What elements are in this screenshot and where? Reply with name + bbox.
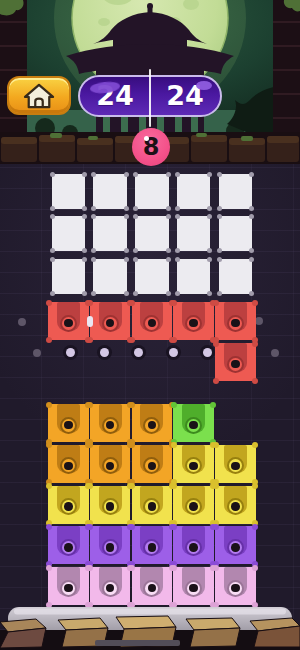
block-pupil (148, 319, 157, 328)
corner-pin (207, 257, 212, 262)
block-purple[interactable] (215, 526, 256, 564)
corner-pin (82, 214, 87, 219)
badge-highlight (144, 136, 149, 141)
block-pupil (148, 462, 157, 471)
corner-pin (129, 300, 135, 306)
block-pupil (148, 584, 157, 593)
board-cell[interactable] (52, 259, 86, 294)
block-eye (102, 417, 119, 434)
corner-pin (249, 206, 254, 211)
block-eye (227, 580, 244, 597)
corner-pin (124, 257, 129, 262)
game-screen: 24 24 8 (0, 0, 300, 650)
corner-pin (133, 214, 138, 219)
block-pupil (231, 319, 240, 328)
corner-pin (252, 300, 258, 306)
block-red[interactable] (48, 302, 89, 340)
board-cell[interactable] (219, 174, 253, 209)
corner-pin (171, 300, 177, 306)
corner-pin (87, 300, 93, 306)
block-red[interactable] (90, 302, 131, 340)
corner-pin (124, 248, 129, 253)
block-yellow[interactable] (90, 486, 131, 524)
corner-pin (91, 248, 96, 253)
corner-pin (171, 524, 177, 530)
corner-pin (249, 257, 254, 262)
block-pink[interactable] (173, 567, 214, 605)
corner-pin (249, 291, 254, 296)
block-eye (227, 356, 244, 373)
block-pink[interactable] (215, 567, 256, 605)
corner-pin (171, 402, 177, 408)
corner-pin (207, 291, 212, 296)
block-pink[interactable] (90, 567, 131, 605)
block-pupil (148, 502, 157, 511)
corner-pin (46, 442, 52, 448)
next-count-badge: 8 (132, 128, 170, 166)
left-pillar (0, 0, 27, 140)
corner-pin (91, 172, 96, 177)
block-pupil (231, 360, 240, 369)
block-eye (143, 417, 160, 434)
corner-pin (175, 172, 180, 177)
corner-pin (166, 206, 171, 211)
block-eye (185, 539, 202, 556)
board-cell[interactable] (93, 259, 127, 294)
corner-pin (207, 172, 212, 177)
block-eye (143, 580, 160, 597)
block-red[interactable] (132, 302, 173, 340)
block-orange[interactable] (90, 445, 131, 483)
block-orange[interactable] (132, 404, 173, 442)
corner-pin (213, 483, 219, 489)
corner-pin (217, 214, 222, 219)
corner-pin (213, 300, 219, 306)
block-pupil (106, 502, 115, 511)
block-eye (185, 315, 202, 332)
corner-pin (171, 483, 177, 489)
corner-pin (175, 248, 180, 253)
corner-pin (252, 341, 258, 347)
corner-pin (87, 483, 93, 489)
block-eye (102, 539, 119, 556)
corner-pin (46, 402, 52, 408)
corner-pin (82, 248, 87, 253)
corner-pin (82, 257, 87, 262)
block-eye (60, 417, 77, 434)
corner-pin (124, 206, 129, 211)
corner-pin (87, 442, 93, 448)
corner-pin (252, 483, 258, 489)
corner-pin (129, 337, 135, 343)
corner-pin (175, 214, 180, 219)
corner-pin (217, 206, 222, 211)
corner-pin (213, 442, 219, 448)
block-orange[interactable] (132, 445, 173, 483)
block-eye (102, 457, 119, 474)
block-pupil (148, 421, 157, 430)
block-pupil (189, 502, 198, 511)
corner-pin (213, 378, 219, 384)
block-pupil (231, 502, 240, 511)
block-pupil (64, 584, 73, 593)
block-eye (102, 580, 119, 597)
corner-pin (133, 257, 138, 262)
corner-pin (249, 172, 254, 177)
block-purple[interactable] (132, 526, 173, 564)
home-icon (22, 82, 56, 110)
block-pupil (106, 462, 115, 471)
block-pupil (189, 319, 198, 328)
corner-pin (210, 402, 216, 408)
pill-gloss (196, 81, 212, 90)
corner-pin (217, 248, 222, 253)
block-pupil (64, 319, 73, 328)
corner-pin (133, 291, 138, 296)
board-cell[interactable] (135, 174, 169, 209)
block-pupil (106, 319, 115, 328)
board-cell[interactable] (52, 216, 86, 251)
corner-pin (129, 402, 135, 408)
footer-ledge (0, 604, 300, 650)
corner-pin (87, 565, 93, 571)
corner-pin (124, 214, 129, 219)
corner-pin (87, 337, 93, 343)
corner-pin (213, 524, 219, 530)
block-orange[interactable] (48, 445, 89, 483)
block-pupil (106, 543, 115, 552)
corner-pin (252, 378, 258, 384)
right-pillar (273, 0, 300, 140)
block-pupil (148, 543, 157, 552)
corner-pin (124, 291, 129, 296)
block-yellow[interactable] (215, 486, 256, 524)
corner-pin (252, 565, 258, 571)
corner-pin (50, 248, 55, 253)
corner-pin (129, 565, 135, 571)
block-orange[interactable] (48, 404, 89, 442)
board-cell[interactable] (219, 259, 253, 294)
corner-pin (175, 257, 180, 262)
corner-pin (87, 524, 93, 530)
corner-pin (46, 483, 52, 489)
corner-pin (50, 172, 55, 177)
block-pupil (189, 421, 198, 430)
block-connector (87, 316, 93, 327)
block-pupil (106, 584, 115, 593)
corner-pin (171, 565, 177, 571)
block-eye (60, 498, 77, 515)
block-green[interactable] (173, 404, 214, 442)
corner-pin (91, 206, 96, 211)
corner-pin (249, 248, 254, 253)
corner-pin (166, 291, 171, 296)
corner-pin (213, 565, 219, 571)
corner-pin (166, 214, 171, 219)
block-pupil (64, 543, 73, 552)
block-yellow[interactable] (132, 486, 173, 524)
block-red[interactable] (215, 343, 256, 381)
block-eye (102, 498, 119, 515)
home-button[interactable] (7, 76, 71, 115)
corner-pin (175, 206, 180, 211)
corner-pin (46, 337, 52, 343)
corner-pin (50, 214, 55, 219)
corner-pin (217, 257, 222, 262)
corner-pin (207, 206, 212, 211)
block-yellow[interactable] (173, 445, 214, 483)
corner-pin (207, 248, 212, 253)
block-pink[interactable] (132, 567, 173, 605)
corner-pin (166, 248, 171, 253)
corner-pin (133, 172, 138, 177)
corner-pin (129, 442, 135, 448)
corner-pin (46, 524, 52, 530)
board-cell[interactable] (177, 216, 211, 251)
block-eye (143, 315, 160, 332)
corner-pin (91, 214, 96, 219)
board-cell[interactable] (52, 174, 86, 209)
corner-pin (133, 248, 138, 253)
block-pupil (189, 584, 198, 593)
block-orange[interactable] (90, 404, 131, 442)
board-cell[interactable] (135, 259, 169, 294)
board-cell[interactable] (135, 216, 169, 251)
corner-pin (82, 206, 87, 211)
corner-pin (91, 257, 96, 262)
corner-pin (82, 291, 87, 296)
corner-pin (87, 402, 93, 408)
block-pupil (231, 462, 240, 471)
block-pupil (106, 421, 115, 430)
block-eye (60, 580, 77, 597)
corner-pin (124, 172, 129, 177)
block-yellow[interactable] (215, 445, 256, 483)
corner-pin (213, 341, 219, 347)
platform-highlight (14, 609, 286, 615)
corner-pin (50, 206, 55, 211)
block-eye (185, 580, 202, 597)
block-pink[interactable] (48, 567, 89, 605)
score-divider-line (149, 69, 151, 127)
corner-pin (129, 483, 135, 489)
block-pupil (189, 462, 198, 471)
block-pupil (64, 462, 73, 471)
block-eye (227, 539, 244, 556)
corner-pin (91, 291, 96, 296)
corner-pin (252, 524, 258, 530)
block-eye (60, 539, 77, 556)
board-cell[interactable] (219, 216, 253, 251)
board-cell[interactable] (177, 174, 211, 209)
block-eye (185, 417, 202, 434)
corner-pin (133, 206, 138, 211)
block-pupil (64, 502, 73, 511)
corner-pin (166, 257, 171, 262)
corner-pin (171, 442, 177, 448)
block-yellow[interactable] (173, 486, 214, 524)
board-cell[interactable] (93, 174, 127, 209)
block-eye (227, 498, 244, 515)
block-yellow[interactable] (48, 486, 89, 524)
block-pupil (189, 543, 198, 552)
block-pupil (64, 421, 73, 430)
block-eye (102, 315, 119, 332)
block-eye (60, 315, 77, 332)
floor-slab (95, 640, 180, 646)
block-red[interactable] (215, 302, 256, 340)
block-purple[interactable] (90, 526, 131, 564)
block-pupil (231, 584, 240, 593)
corner-pin (46, 300, 52, 306)
corner-pin (171, 337, 177, 343)
block-purple[interactable] (173, 526, 214, 564)
corner-pin (217, 291, 222, 296)
corner-pin (129, 524, 135, 530)
board-cell[interactable] (177, 259, 211, 294)
block-pupil (231, 543, 240, 552)
corner-pin (207, 214, 212, 219)
block-purple[interactable] (48, 526, 89, 564)
corner-pin (175, 291, 180, 296)
block-eye (60, 457, 77, 474)
block-eye (227, 315, 244, 332)
corner-pin (82, 172, 87, 177)
corner-pin (50, 257, 55, 262)
corner-pin (217, 172, 222, 177)
corner-pin (46, 565, 52, 571)
corner-pin (166, 172, 171, 177)
block-red[interactable] (173, 302, 214, 340)
corner-pin (249, 214, 254, 219)
corner-pin (50, 291, 55, 296)
corner-pin (252, 442, 258, 448)
board-cell[interactable] (93, 216, 127, 251)
